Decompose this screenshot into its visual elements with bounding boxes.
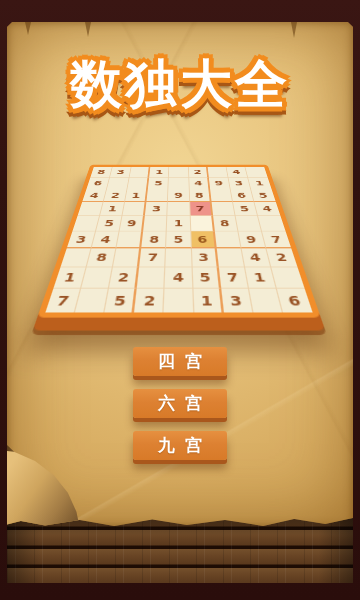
cell-r3c9: 5 xyxy=(251,189,276,202)
cell-r1c5 xyxy=(169,167,189,178)
cell-r8c5: 4 xyxy=(165,267,193,288)
cell-r7c3 xyxy=(113,248,141,267)
cell-r3c5: 9 xyxy=(168,189,190,202)
cell-r9c3: 5 xyxy=(105,289,137,313)
cell-r6c3 xyxy=(117,231,144,248)
cell-r1c9 xyxy=(245,167,267,178)
cell-r5c9 xyxy=(258,216,286,231)
cell-r4c7 xyxy=(211,202,235,216)
cell-r7c9: 2 xyxy=(266,248,297,267)
cell-r7c5 xyxy=(166,248,192,267)
cell-r6c9: 7 xyxy=(262,231,291,248)
cell-r4c3 xyxy=(123,202,147,216)
cell-r2c6: 4 xyxy=(189,178,210,190)
cell-r4c4: 3 xyxy=(145,202,168,216)
cell-r8c2 xyxy=(81,267,113,288)
paper-tear-mark xyxy=(291,22,297,38)
cell-r8c9 xyxy=(271,267,304,288)
cell-r6c2: 4 xyxy=(92,231,120,248)
cell-r3c6: 8 xyxy=(189,189,211,202)
cell-r6c7 xyxy=(215,231,242,248)
cell-r3c2: 2 xyxy=(104,189,128,202)
cell-r4c2: 1 xyxy=(100,202,125,216)
cell-r9c6: 1 xyxy=(193,289,224,313)
cell-r4c9: 4 xyxy=(254,202,280,216)
cell-r8c6: 5 xyxy=(192,267,221,288)
cell-r7c7 xyxy=(216,248,244,267)
cell-r2c4: 5 xyxy=(148,178,169,190)
cell-r1c2: 3 xyxy=(110,167,132,178)
cell-r9c2 xyxy=(75,289,109,313)
cell-r3c4 xyxy=(147,189,169,202)
cell-r9c5 xyxy=(164,289,194,313)
cell-r9c7: 3 xyxy=(221,289,253,313)
cell-r4c5 xyxy=(168,202,191,216)
cell-r1c6: 2 xyxy=(188,167,208,178)
cell-r2c2 xyxy=(107,178,130,190)
cell-r5c3: 9 xyxy=(120,216,145,231)
cell-r2c5 xyxy=(169,178,190,190)
cell-r1c4: 1 xyxy=(149,167,169,178)
cell-r5c2: 5 xyxy=(96,216,123,231)
button-level-6x6[interactable]: 六宫 xyxy=(133,389,227,418)
paper-tear-mark xyxy=(85,22,91,37)
cell-r3c7 xyxy=(210,189,233,202)
cell-r6c6: 6 xyxy=(191,231,217,248)
cell-r2c9: 1 xyxy=(248,178,272,190)
cell-r5c6 xyxy=(190,216,214,231)
cell-r8c4 xyxy=(137,267,166,288)
cell-r6c5: 5 xyxy=(167,231,192,248)
app-title: 数独大全 xyxy=(0,56,360,113)
cell-r8c7: 7 xyxy=(219,267,249,288)
cell-r5c7: 8 xyxy=(213,216,238,231)
cell-r2c7: 9 xyxy=(209,178,231,190)
button-level-4x4[interactable]: 四宫 xyxy=(133,347,227,376)
button-level-9x9[interactable]: 九宫 xyxy=(133,431,227,460)
cell-r4c6: 7 xyxy=(190,202,213,216)
cell-r5c4 xyxy=(143,216,167,231)
app-screen: 数独大全 83124654931421986513754591834856978… xyxy=(0,0,360,600)
cell-r2c3 xyxy=(128,178,150,190)
paper-tear-mark xyxy=(25,22,31,35)
cell-r6c4: 8 xyxy=(142,231,168,248)
level-menu: 四宫 六宫 九宫 xyxy=(0,347,360,460)
cell-r8c3: 2 xyxy=(109,267,139,288)
cell-r9c9: 6 xyxy=(277,289,313,313)
cell-r7c4: 7 xyxy=(139,248,166,267)
cell-r9c4: 2 xyxy=(134,289,165,313)
cell-r3c3: 1 xyxy=(125,189,148,202)
cell-r1c7 xyxy=(207,167,228,178)
cell-r1c3 xyxy=(130,167,151,178)
cell-r7c6: 3 xyxy=(191,248,218,267)
cell-r7c2: 8 xyxy=(87,248,117,267)
cell-r5c5: 1 xyxy=(167,216,191,231)
